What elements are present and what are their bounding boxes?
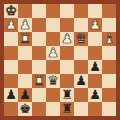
square-f7[interactable] <box>74 18 88 32</box>
square-g3[interactable] <box>88 74 102 88</box>
square-h4[interactable] <box>102 60 116 74</box>
piece-white-bishop: ♝ <box>103 32 115 46</box>
square-d3[interactable]: ♛ <box>46 74 60 88</box>
square-a3[interactable] <box>4 74 18 88</box>
square-g6[interactable] <box>88 32 102 46</box>
square-c5[interactable] <box>32 46 46 60</box>
square-h1[interactable] <box>102 102 116 116</box>
square-d4[interactable] <box>46 60 60 74</box>
piece-black-rook: ♜ <box>61 88 73 102</box>
square-g4[interactable]: ♟ <box>88 60 102 74</box>
piece-white-rook: ♜ <box>33 74 45 88</box>
chess-board: ♚♟♟♟♜♟♛♝♟♟♜♛♟♟♟♜♟♚♜ <box>4 4 116 116</box>
square-f6[interactable]: ♛ <box>74 32 88 46</box>
square-e2[interactable]: ♜ <box>60 88 74 102</box>
square-f5[interactable] <box>74 46 88 60</box>
piece-white-king: ♚ <box>5 4 17 18</box>
square-h6[interactable]: ♝ <box>102 32 116 46</box>
piece-white-pawn: ♟ <box>61 32 73 46</box>
square-d8[interactable] <box>46 4 60 18</box>
piece-black-pawn: ♟ <box>89 88 101 102</box>
square-d1[interactable] <box>46 102 60 116</box>
square-a2[interactable]: ♟ <box>4 88 18 102</box>
piece-black-pawn: ♟ <box>5 88 17 102</box>
piece-black-rook: ♜ <box>61 102 73 116</box>
square-d6[interactable] <box>46 32 60 46</box>
square-b1[interactable]: ♚ <box>18 102 32 116</box>
square-h7[interactable] <box>102 18 116 32</box>
square-e8[interactable] <box>60 4 74 18</box>
square-c1[interactable] <box>32 102 46 116</box>
piece-white-rook: ♜ <box>19 32 31 46</box>
square-b7[interactable]: ♟ <box>18 18 32 32</box>
square-d2[interactable] <box>46 88 60 102</box>
square-g7[interactable]: ♟ <box>88 18 102 32</box>
square-g8[interactable] <box>88 4 102 18</box>
square-a1[interactable] <box>4 102 18 116</box>
square-c2[interactable] <box>32 88 46 102</box>
piece-white-pawn: ♟ <box>47 46 59 60</box>
square-g5[interactable] <box>88 46 102 60</box>
square-h3[interactable] <box>102 74 116 88</box>
square-a5[interactable] <box>4 46 18 60</box>
square-g2[interactable]: ♟ <box>88 88 102 102</box>
square-a6[interactable] <box>4 32 18 46</box>
square-c6[interactable] <box>32 32 46 46</box>
square-e3[interactable] <box>60 74 74 88</box>
square-h2[interactable] <box>102 88 116 102</box>
square-g1[interactable] <box>88 102 102 116</box>
piece-black-pawn: ♟ <box>75 74 87 88</box>
square-b8[interactable] <box>18 4 32 18</box>
square-h5[interactable] <box>102 46 116 60</box>
piece-white-pawn: ♟ <box>89 18 101 32</box>
piece-black-pawn: ♟ <box>89 60 101 74</box>
square-a7[interactable]: ♟ <box>4 18 18 32</box>
square-f2[interactable] <box>74 88 88 102</box>
square-c4[interactable] <box>32 60 46 74</box>
square-h8[interactable] <box>102 4 116 18</box>
square-b2[interactable]: ♟ <box>18 88 32 102</box>
piece-white-pawn: ♟ <box>19 18 31 32</box>
piece-black-queen: ♛ <box>47 74 59 88</box>
square-e4[interactable] <box>60 60 74 74</box>
square-e1[interactable]: ♜ <box>60 102 74 116</box>
square-b5[interactable] <box>18 46 32 60</box>
piece-white-queen: ♛ <box>75 32 87 46</box>
square-f4[interactable] <box>74 60 88 74</box>
board-frame: ♚♟♟♟♜♟♛♝♟♟♜♛♟♟♟♜♟♚♜ <box>0 0 120 120</box>
square-c7[interactable] <box>32 18 46 32</box>
square-f8[interactable] <box>74 4 88 18</box>
square-f3[interactable]: ♟ <box>74 74 88 88</box>
square-c8[interactable] <box>32 4 46 18</box>
square-d7[interactable] <box>46 18 60 32</box>
piece-black-king: ♚ <box>19 102 31 116</box>
square-c3[interactable]: ♜ <box>32 74 46 88</box>
square-f1[interactable] <box>74 102 88 116</box>
square-e7[interactable] <box>60 18 74 32</box>
square-b4[interactable] <box>18 60 32 74</box>
piece-black-pawn: ♟ <box>19 88 31 102</box>
piece-white-pawn: ♟ <box>5 18 17 32</box>
square-b3[interactable] <box>18 74 32 88</box>
square-a8[interactable]: ♚ <box>4 4 18 18</box>
square-d5[interactable]: ♟ <box>46 46 60 60</box>
square-b6[interactable]: ♜ <box>18 32 32 46</box>
square-e5[interactable] <box>60 46 74 60</box>
square-e6[interactable]: ♟ <box>60 32 74 46</box>
square-a4[interactable] <box>4 60 18 74</box>
